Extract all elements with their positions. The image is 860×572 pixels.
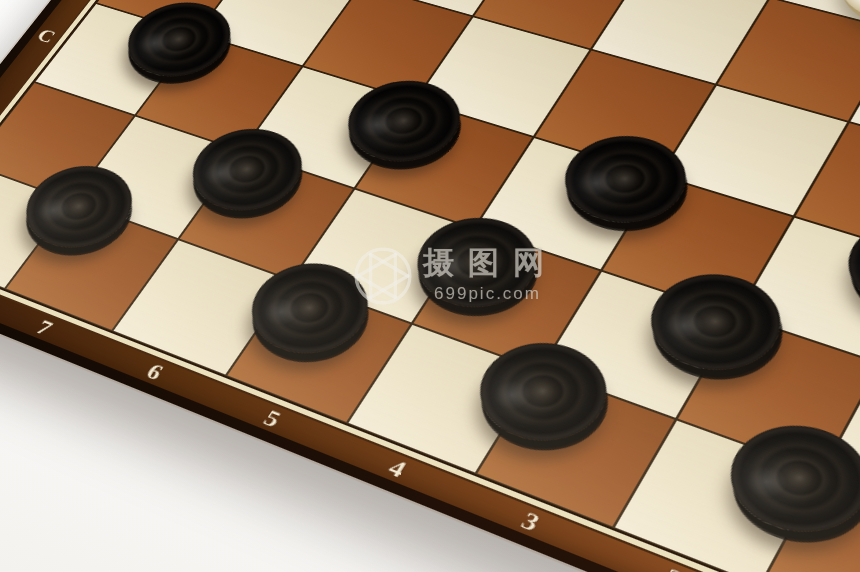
checkers-board: ⛂⛂⛂⛂⛂⛂⛂⛂⛂⛂⛂⛀ ABCDEFGH87654321 [0, 0, 860, 572]
photo-scene: ⛂⛂⛂⛂⛂⛂⛂⛂⛂⛂⛂⛀ ABCDEFGH87654321 摄图网 699pic… [0, 0, 860, 572]
